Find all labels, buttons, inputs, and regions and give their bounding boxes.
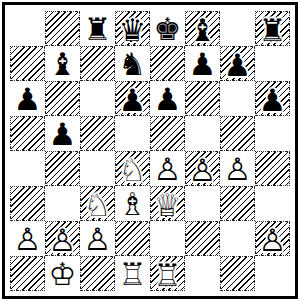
piece-halo: ♞ <box>115 46 150 81</box>
square-h8[interactable]: ♜♜ <box>255 11 290 46</box>
piece-halo: ♛ <box>151 187 184 220</box>
piece-white-knight: ♘ <box>81 187 114 220</box>
piece-black-rook: ♜ <box>80 11 115 46</box>
piece-white-rook: ♖ <box>151 257 184 290</box>
square-f2[interactable] <box>185 221 220 256</box>
square-g6[interactable] <box>220 81 255 116</box>
piece-halo: ♜ <box>115 256 150 291</box>
square-h6[interactable]: ♟♟ <box>255 81 290 116</box>
square-g8[interactable] <box>220 11 255 46</box>
square-a5[interactable] <box>10 116 45 151</box>
piece-halo: ♟ <box>221 47 254 80</box>
piece-halo: ♞ <box>116 152 149 185</box>
square-b5[interactable]: ♟♟ <box>45 116 80 151</box>
piece-black-pawn: ♟ <box>150 81 185 116</box>
square-f8[interactable]: ♝♝ <box>185 11 220 46</box>
piece-halo: ♟ <box>10 221 45 256</box>
square-b4[interactable] <box>45 151 80 186</box>
piece-white-king: ♔ <box>45 256 80 291</box>
square-f1[interactable] <box>185 256 220 291</box>
chess-board: ♜♜♛♛♚♚♝♝♜♜♝♝♞♞♟♟♟♟♟♟♟♟♟♟♟♟♟♟♞♘♟♙♟♙♟♙♞♘♝♗… <box>10 11 290 291</box>
square-e3[interactable]: ♛♕ <box>150 186 185 221</box>
square-e6[interactable]: ♟♟ <box>150 81 185 116</box>
board-frame: ♜♜♛♛♚♚♝♝♜♜♝♝♞♞♟♟♟♟♟♟♟♟♟♟♟♟♟♟♞♘♟♙♟♙♟♙♞♘♝♗… <box>2 2 298 299</box>
piece-white-pawn: ♙ <box>10 221 45 256</box>
square-d5[interactable] <box>115 116 150 151</box>
piece-halo: ♟ <box>45 116 80 151</box>
piece-halo: ♜ <box>80 11 115 46</box>
piece-halo: ♟ <box>220 151 255 186</box>
square-f3[interactable] <box>185 186 220 221</box>
square-c6[interactable] <box>80 81 115 116</box>
piece-white-queen: ♕ <box>151 187 184 220</box>
piece-halo: ♝ <box>186 12 219 45</box>
piece-halo: ♟ <box>10 81 45 116</box>
square-c4[interactable] <box>80 151 115 186</box>
square-c2[interactable]: ♟♙ <box>80 221 115 256</box>
piece-halo: ♟ <box>46 222 79 255</box>
piece-halo: ♟ <box>256 222 289 255</box>
square-d8[interactable]: ♛♛ <box>115 11 150 46</box>
square-c3[interactable]: ♞♘ <box>80 186 115 221</box>
square-d4[interactable]: ♞♘ <box>115 151 150 186</box>
square-a7[interactable] <box>10 46 45 81</box>
piece-white-pawn: ♙ <box>80 221 115 256</box>
piece-black-bishop: ♝ <box>45 46 80 81</box>
piece-halo: ♟ <box>150 151 185 186</box>
square-f7[interactable]: ♟♟ <box>185 46 220 81</box>
piece-halo: ♟ <box>256 82 289 115</box>
piece-black-pawn: ♟ <box>116 82 149 115</box>
square-a3[interactable] <box>10 186 45 221</box>
piece-white-pawn: ♙ <box>220 151 255 186</box>
piece-white-rook: ♖ <box>115 256 150 291</box>
piece-black-pawn: ♟ <box>221 47 254 80</box>
piece-halo: ♜ <box>151 257 184 290</box>
square-a2[interactable]: ♟♙ <box>10 221 45 256</box>
square-e4[interactable]: ♟♙ <box>150 151 185 186</box>
square-h5[interactable] <box>255 116 290 151</box>
square-b8[interactable] <box>45 11 80 46</box>
square-f4[interactable]: ♟♙ <box>185 151 220 186</box>
square-d7[interactable]: ♞♞ <box>115 46 150 81</box>
piece-black-king: ♚ <box>150 11 185 46</box>
piece-halo: ♟ <box>116 82 149 115</box>
square-g2[interactable] <box>220 221 255 256</box>
piece-halo: ♝ <box>115 186 150 221</box>
chess-diagram: ♜♜♛♛♚♚♝♝♜♜♝♝♞♞♟♟♟♟♟♟♟♟♟♟♟♟♟♟♞♘♟♙♟♙♟♙♞♘♝♗… <box>0 0 300 301</box>
piece-halo: ♛ <box>116 12 149 45</box>
piece-halo: ♞ <box>81 187 114 220</box>
square-a4[interactable] <box>10 151 45 186</box>
piece-white-knight: ♘ <box>116 152 149 185</box>
piece-halo: ♜ <box>256 12 289 45</box>
piece-black-queen: ♛ <box>116 12 149 45</box>
piece-white-pawn: ♙ <box>46 222 79 255</box>
square-g7[interactable]: ♟♟ <box>220 46 255 81</box>
piece-white-pawn: ♙ <box>256 222 289 255</box>
square-g4[interactable]: ♟♙ <box>220 151 255 186</box>
piece-black-pawn: ♟ <box>185 46 220 81</box>
piece-black-pawn: ♟ <box>10 81 45 116</box>
square-d1[interactable]: ♜♖ <box>115 256 150 291</box>
piece-black-pawn: ♟ <box>45 116 80 151</box>
piece-halo: ♝ <box>45 46 80 81</box>
square-f5[interactable] <box>185 116 220 151</box>
square-a8[interactable] <box>10 11 45 46</box>
square-b1[interactable]: ♚♔ <box>45 256 80 291</box>
square-d3[interactable]: ♝♗ <box>115 186 150 221</box>
square-b3[interactable] <box>45 186 80 221</box>
square-c8[interactable]: ♜♜ <box>80 11 115 46</box>
square-e7[interactable] <box>150 46 185 81</box>
square-g1[interactable] <box>220 256 255 291</box>
square-e1[interactable]: ♜♖ <box>150 256 185 291</box>
square-b2[interactable]: ♟♙ <box>45 221 80 256</box>
square-e2[interactable] <box>150 221 185 256</box>
square-b7[interactable]: ♝♝ <box>45 46 80 81</box>
square-h1[interactable] <box>255 256 290 291</box>
piece-black-knight: ♞ <box>115 46 150 81</box>
piece-black-bishop: ♝ <box>186 12 219 45</box>
piece-white-bishop: ♗ <box>115 186 150 221</box>
piece-black-rook: ♜ <box>256 12 289 45</box>
square-d2[interactable] <box>115 221 150 256</box>
piece-halo: ♟ <box>185 46 220 81</box>
piece-white-pawn: ♙ <box>150 151 185 186</box>
square-g5[interactable] <box>220 116 255 151</box>
square-h3[interactable] <box>255 186 290 221</box>
square-h7[interactable] <box>255 46 290 81</box>
square-f6[interactable] <box>185 81 220 116</box>
square-e5[interactable] <box>150 116 185 151</box>
square-a1[interactable] <box>10 256 45 291</box>
square-e8[interactable]: ♚♚ <box>150 11 185 46</box>
square-c5[interactable] <box>80 116 115 151</box>
piece-black-pawn: ♟ <box>256 82 289 115</box>
square-c7[interactable] <box>80 46 115 81</box>
square-a6[interactable]: ♟♟ <box>10 81 45 116</box>
piece-halo: ♚ <box>150 11 185 46</box>
piece-halo: ♚ <box>45 256 80 291</box>
piece-halo: ♟ <box>186 152 219 185</box>
square-h2[interactable]: ♟♙ <box>255 221 290 256</box>
piece-halo: ♟ <box>80 221 115 256</box>
square-g3[interactable] <box>220 186 255 221</box>
square-c1[interactable] <box>80 256 115 291</box>
piece-halo: ♟ <box>150 81 185 116</box>
square-d6[interactable]: ♟♟ <box>115 81 150 116</box>
square-h4[interactable] <box>255 151 290 186</box>
square-b6[interactable] <box>45 81 80 116</box>
piece-white-pawn: ♙ <box>186 152 219 185</box>
